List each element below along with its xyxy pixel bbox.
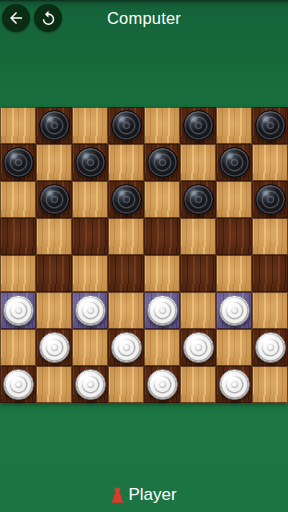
board-square-r4c2[interactable] (36, 218, 72, 255)
board-square-r1c4[interactable] (108, 107, 144, 144)
board-square-r5c2[interactable] (36, 255, 72, 292)
checker-white[interactable] (147, 369, 178, 400)
board-square-r8c8[interactable] (252, 366, 288, 403)
board-square-r8c7[interactable] (216, 366, 252, 403)
board-square-r6c8[interactable] (252, 292, 288, 329)
board-square-r2c5[interactable] (144, 144, 180, 181)
board-square-r3c6[interactable] (180, 181, 216, 218)
board-square-r7c7[interactable] (216, 329, 252, 366)
board-square-r8c5[interactable] (144, 366, 180, 403)
board-square-r6c4[interactable] (108, 292, 144, 329)
board-square-r7c1[interactable] (0, 329, 36, 366)
checker-white[interactable] (219, 295, 250, 326)
board-square-r1c6[interactable] (180, 107, 216, 144)
checker-black[interactable] (39, 184, 70, 215)
board-square-r2c8[interactable] (252, 144, 288, 181)
checker-black[interactable] (219, 147, 250, 178)
board-square-r8c6[interactable] (180, 366, 216, 403)
board-square-r3c8[interactable] (252, 181, 288, 218)
checker-black[interactable] (147, 147, 178, 178)
board-square-r7c5[interactable] (144, 329, 180, 366)
board-square-r4c8[interactable] (252, 218, 288, 255)
board-square-r2c1[interactable] (0, 144, 36, 181)
board-square-r3c5[interactable] (144, 181, 180, 218)
board-square-r5c4[interactable] (108, 255, 144, 292)
board-square-r4c5[interactable] (144, 218, 180, 255)
board-square-r5c5[interactable] (144, 255, 180, 292)
red-pawn-icon (111, 487, 124, 504)
checker-black[interactable] (183, 184, 214, 215)
checker-white[interactable] (39, 332, 70, 363)
board-square-r6c2[interactable] (36, 292, 72, 329)
board-square-r5c8[interactable] (252, 255, 288, 292)
board-square-r5c7[interactable] (216, 255, 252, 292)
checker-white[interactable] (255, 332, 286, 363)
checker-white[interactable] (183, 332, 214, 363)
board-square-r6c3[interactable] (72, 292, 108, 329)
board-square-r2c3[interactable] (72, 144, 108, 181)
board-square-r5c3[interactable] (72, 255, 108, 292)
board-square-r7c6[interactable] (180, 329, 216, 366)
checker-white[interactable] (75, 295, 106, 326)
app-screen: Computer Player (0, 0, 288, 512)
board-square-r5c6[interactable] (180, 255, 216, 292)
board-square-r1c1[interactable] (0, 107, 36, 144)
checker-black[interactable] (183, 110, 214, 141)
checker-white[interactable] (219, 369, 250, 400)
board-square-r4c4[interactable] (108, 218, 144, 255)
board-square-r4c3[interactable] (72, 218, 108, 255)
checker-black[interactable] (255, 110, 286, 141)
checkers-board (0, 107, 288, 403)
checker-black[interactable] (39, 110, 70, 141)
checker-white[interactable] (111, 332, 142, 363)
board-square-r6c5[interactable] (144, 292, 180, 329)
opponent-title: Computer (0, 8, 288, 28)
board-square-r5c1[interactable] (0, 255, 36, 292)
board-square-r4c7[interactable] (216, 218, 252, 255)
board-square-r6c1[interactable] (0, 292, 36, 329)
board-square-r1c5[interactable] (144, 107, 180, 144)
board-square-r7c4[interactable] (108, 329, 144, 366)
board-square-r6c7[interactable] (216, 292, 252, 329)
board-square-r3c1[interactable] (0, 181, 36, 218)
board-square-r7c8[interactable] (252, 329, 288, 366)
board-square-r3c3[interactable] (72, 181, 108, 218)
checker-black[interactable] (3, 147, 34, 178)
board-square-r2c4[interactable] (108, 144, 144, 181)
player-bar: Player (0, 483, 288, 507)
board-square-r3c4[interactable] (108, 181, 144, 218)
board-square-r8c4[interactable] (108, 366, 144, 403)
board-square-r8c1[interactable] (0, 366, 36, 403)
board-square-r1c2[interactable] (36, 107, 72, 144)
board-square-r1c3[interactable] (72, 107, 108, 144)
board-square-r8c3[interactable] (72, 366, 108, 403)
board-square-r1c8[interactable] (252, 107, 288, 144)
board-square-r4c1[interactable] (0, 218, 36, 255)
player-label: Player (128, 483, 176, 507)
board-square-r2c6[interactable] (180, 144, 216, 181)
checker-white[interactable] (147, 295, 178, 326)
board-square-r4c6[interactable] (180, 218, 216, 255)
board-square-r2c2[interactable] (36, 144, 72, 181)
checker-black[interactable] (111, 184, 142, 215)
board-square-r8c2[interactable] (36, 366, 72, 403)
checker-black[interactable] (111, 110, 142, 141)
checker-white[interactable] (3, 369, 34, 400)
checker-black[interactable] (75, 147, 106, 178)
board-square-r6c6[interactable] (180, 292, 216, 329)
board-square-r7c2[interactable] (36, 329, 72, 366)
checker-white[interactable] (3, 295, 34, 326)
board-square-r7c3[interactable] (72, 329, 108, 366)
board-square-r3c2[interactable] (36, 181, 72, 218)
board-square-r1c7[interactable] (216, 107, 252, 144)
checker-black[interactable] (255, 184, 286, 215)
board-square-r2c7[interactable] (216, 144, 252, 181)
board-square-r3c7[interactable] (216, 181, 252, 218)
checker-white[interactable] (75, 369, 106, 400)
